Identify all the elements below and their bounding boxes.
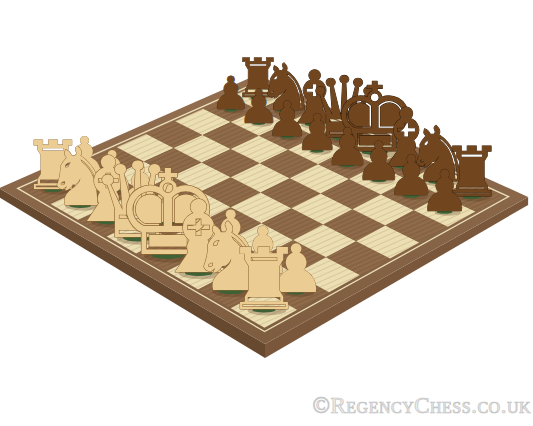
chess-set-photo: ♜♟♞♟♝♟♛♟♚♟♝♟♟♞♜♟♟♜♞♟♟♝♟♛♟♚♟♝♟♞♟♜ ©Regenc… <box>0 0 533 426</box>
black-pawn-h7: ♟ <box>419 158 470 225</box>
white-rook-h1: ♜ <box>226 230 302 329</box>
chess-board: ♜♟♞♟♝♟♛♟♚♟♝♟♟♞♜♟♟♜♞♟♟♝♟♛♟♚♟♝♟♞♟♜ <box>0 0 533 426</box>
watermark: ©RegencyChess.co.uk <box>313 393 532 419</box>
